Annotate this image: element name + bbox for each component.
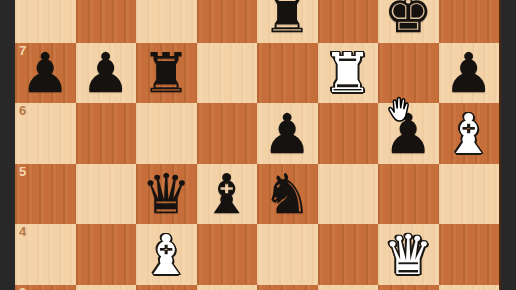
rank-label-6: 6 bbox=[19, 104, 26, 118]
square-g8[interactable]: ♚ bbox=[378, 0, 439, 43]
chess-board[interactable]: 8♜♚7♟♟♜♜♟6♟♟♝5♛♝♞4♝♛321 bbox=[15, 0, 499, 290]
piece-black-knight-e5[interactable]: ♞ bbox=[263, 167, 312, 222]
square-f7[interactable]: ♜ bbox=[318, 43, 379, 104]
rank-label-3: 3 bbox=[19, 286, 26, 290]
square-a8[interactable]: 8 bbox=[15, 0, 76, 43]
square-h3[interactable] bbox=[439, 285, 500, 290]
square-a7[interactable]: 7♟ bbox=[15, 43, 76, 104]
piece-black-king-g8[interactable]: ♚ bbox=[384, 0, 433, 41]
rank-label-4: 4 bbox=[19, 225, 26, 239]
square-e3[interactable] bbox=[257, 285, 318, 290]
square-g4[interactable]: ♛ bbox=[378, 224, 439, 285]
square-f6[interactable] bbox=[318, 103, 379, 164]
square-g5[interactable] bbox=[378, 164, 439, 225]
letterbox-left bbox=[0, 0, 15, 290]
square-d5[interactable]: ♝ bbox=[197, 164, 258, 225]
square-d7[interactable] bbox=[197, 43, 258, 104]
square-g3[interactable] bbox=[378, 285, 439, 290]
square-a5[interactable]: 5 bbox=[15, 164, 76, 225]
square-d4[interactable] bbox=[197, 224, 258, 285]
square-b5[interactable] bbox=[76, 164, 137, 225]
square-h6[interactable]: ♝ bbox=[439, 103, 500, 164]
square-f8[interactable] bbox=[318, 0, 379, 43]
piece-white-queen-g4[interactable]: ♛ bbox=[384, 228, 433, 283]
piece-white-bishop-c4[interactable]: ♝ bbox=[142, 228, 191, 283]
piece-black-bishop-d5[interactable]: ♝ bbox=[202, 167, 251, 222]
square-b3[interactable] bbox=[76, 285, 137, 290]
piece-black-pawn-e6[interactable]: ♟ bbox=[263, 107, 312, 162]
square-e7[interactable] bbox=[257, 43, 318, 104]
square-c4[interactable]: ♝ bbox=[136, 224, 197, 285]
square-h5[interactable] bbox=[439, 164, 500, 225]
piece-black-rook-c7[interactable]: ♜ bbox=[142, 46, 191, 101]
square-c7[interactable]: ♜ bbox=[136, 43, 197, 104]
square-a6[interactable]: 6 bbox=[15, 103, 76, 164]
rank-label-5: 5 bbox=[19, 165, 26, 179]
piece-black-pawn-g6[interactable]: ♟ bbox=[384, 107, 433, 162]
square-a4[interactable]: 4 bbox=[15, 224, 76, 285]
square-b6[interactable] bbox=[76, 103, 137, 164]
square-h4[interactable] bbox=[439, 224, 500, 285]
square-e4[interactable] bbox=[257, 224, 318, 285]
piece-black-pawn-h7[interactable]: ♟ bbox=[444, 46, 493, 101]
square-d8[interactable] bbox=[197, 0, 258, 43]
square-f5[interactable] bbox=[318, 164, 379, 225]
letterbox-right bbox=[501, 0, 516, 290]
square-c3[interactable] bbox=[136, 285, 197, 290]
square-f3[interactable] bbox=[318, 285, 379, 290]
square-b7[interactable]: ♟ bbox=[76, 43, 137, 104]
piece-black-pawn-a7[interactable]: ♟ bbox=[21, 46, 70, 101]
square-c5[interactable]: ♛ bbox=[136, 164, 197, 225]
square-e5[interactable]: ♞ bbox=[257, 164, 318, 225]
square-f4[interactable] bbox=[318, 224, 379, 285]
square-a3[interactable]: 3 bbox=[15, 285, 76, 290]
square-e6[interactable]: ♟ bbox=[257, 103, 318, 164]
square-e8[interactable]: ♜ bbox=[257, 0, 318, 43]
piece-black-rook-e8[interactable]: ♜ bbox=[263, 0, 312, 41]
square-g7[interactable] bbox=[378, 43, 439, 104]
square-h7[interactable]: ♟ bbox=[439, 43, 500, 104]
square-c8[interactable] bbox=[136, 0, 197, 43]
square-g6[interactable]: ♟ bbox=[378, 103, 439, 164]
square-c6[interactable] bbox=[136, 103, 197, 164]
piece-black-queen-c5[interactable]: ♛ bbox=[142, 167, 191, 222]
square-d6[interactable] bbox=[197, 103, 258, 164]
video-frame: 8♜♚7♟♟♜♜♟6♟♟♝5♛♝♞4♝♛321 bbox=[0, 0, 516, 290]
square-h8[interactable] bbox=[439, 0, 500, 43]
square-b8[interactable] bbox=[76, 0, 137, 43]
piece-white-rook-f7[interactable]: ♜ bbox=[323, 46, 372, 101]
square-b4[interactable] bbox=[76, 224, 137, 285]
piece-black-pawn-b7[interactable]: ♟ bbox=[81, 46, 130, 101]
square-d3[interactable] bbox=[197, 285, 258, 290]
piece-white-bishop-h6[interactable]: ♝ bbox=[444, 107, 493, 162]
